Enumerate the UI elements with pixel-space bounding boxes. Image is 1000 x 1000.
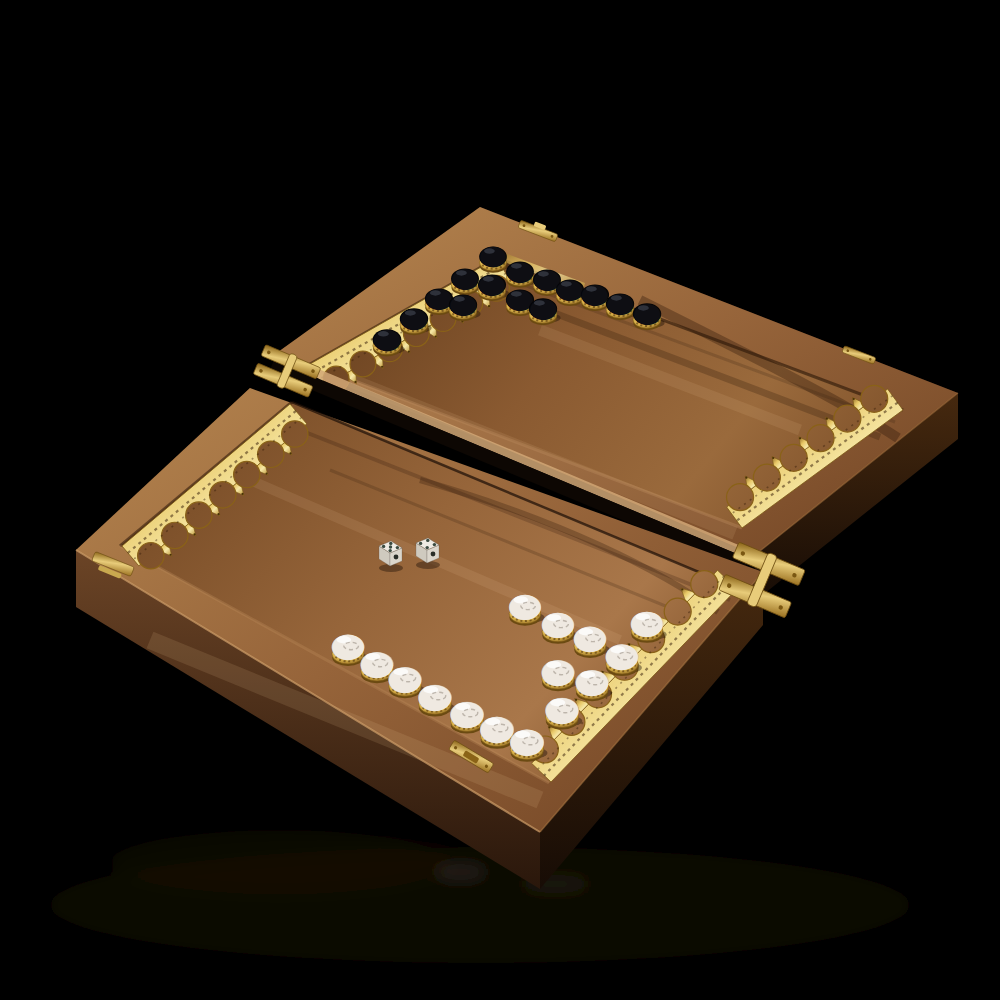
checker-black[interactable]: ● — [632, 296, 665, 330]
svg-text:●: ● — [539, 650, 576, 690]
svg-text:●: ● — [508, 720, 546, 761]
checker-black[interactable]: ● — [372, 322, 405, 356]
svg-text:●: ● — [478, 240, 507, 271]
svg-text:●: ● — [528, 291, 558, 323]
photo-stage: ●●●●●●●●●●●●●●●●●●●●●●●●●●●●●● — [0, 0, 1000, 1000]
checker-black[interactable]: ● — [448, 287, 481, 321]
svg-text:●: ● — [477, 267, 507, 299]
checker-white[interactable]: ● — [539, 650, 578, 691]
svg-text:●: ● — [632, 296, 662, 328]
svg-text:●: ● — [399, 301, 429, 333]
checker-black[interactable]: ● — [399, 301, 432, 335]
backgammon-case: ●●●●●●●●●●●●●●●●●●●●●●●●●●●●●● — [0, 0, 1000, 1000]
svg-text:●: ● — [448, 287, 478, 319]
svg-text:●: ● — [505, 254, 535, 286]
checker-white[interactable]: ● — [543, 688, 582, 729]
checker-white[interactable]: ● — [508, 720, 547, 762]
svg-text:●: ● — [605, 286, 635, 318]
checker-black[interactable]: ● — [528, 291, 561, 325]
svg-text:●: ● — [507, 586, 543, 625]
svg-text:●: ● — [372, 322, 403, 354]
svg-text:●: ● — [543, 688, 581, 728]
